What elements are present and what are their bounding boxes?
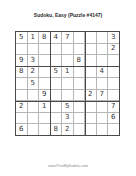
- box-divider-vertical-1: [50, 32, 52, 135]
- cell-r5c9: [108, 78, 119, 89]
- cell-r8c9: 6: [108, 113, 119, 124]
- cell-r4c9: [108, 67, 119, 78]
- cell-r7c9: 7: [108, 101, 119, 112]
- cell-r1c7: [85, 32, 96, 43]
- cell-r3c5: [62, 55, 73, 66]
- cell-r5c7: [85, 78, 96, 89]
- cell-r9c9: [108, 124, 119, 135]
- cell-r6c9: [108, 90, 119, 101]
- cell-r3c9: [108, 55, 119, 66]
- cell-r3c2: 3: [28, 55, 39, 66]
- cell-r4c7: [85, 67, 96, 78]
- cell-r9c2: [28, 124, 39, 135]
- cell-r2c8: [97, 44, 108, 55]
- cell-r3c8: [97, 55, 108, 66]
- cell-r2c2: [28, 44, 39, 55]
- cell-r6c7: 2: [85, 90, 96, 101]
- cell-r1c5: 7: [62, 32, 73, 43]
- source-url: www.PrintMySudoku.com: [0, 164, 136, 168]
- cell-r1c3: 8: [39, 32, 50, 43]
- cell-r2c6: [74, 44, 85, 55]
- cell-r2c7: [85, 44, 96, 55]
- cell-r9c1: 6: [16, 124, 27, 135]
- cell-r8c3: [39, 113, 50, 124]
- cell-r8c6: [74, 113, 85, 124]
- box-divider-horizontal-2: [16, 101, 119, 103]
- cell-r1c6: [74, 32, 85, 43]
- cell-r1c8: [97, 32, 108, 43]
- box-divider-horizontal-1: [16, 66, 119, 68]
- cell-r7c3: 1: [39, 101, 50, 112]
- cell-r4c2: 2: [28, 67, 39, 78]
- cell-r9c5: 2: [62, 124, 73, 135]
- page-title: Sudoku, Easy (Puzzle #4147): [0, 12, 136, 18]
- cell-r9c6: [74, 124, 85, 135]
- cell-r9c3: [39, 124, 50, 135]
- cell-r9c4: 8: [51, 124, 62, 135]
- cell-r6c8: 7: [97, 90, 108, 101]
- cell-r4c6: [74, 67, 85, 78]
- cell-r8c1: [16, 113, 27, 124]
- cell-r9c7: [85, 124, 96, 135]
- cell-r8c4: [51, 113, 62, 124]
- cell-r5c4: [51, 78, 62, 89]
- cell-r8c5: 3: [62, 113, 73, 124]
- cell-r4c4: 5: [51, 67, 62, 78]
- cell-r6c5: [62, 90, 73, 101]
- cell-r4c8: 4: [97, 67, 108, 78]
- cell-r7c4: [51, 101, 62, 112]
- cell-r7c5: 5: [62, 101, 73, 112]
- cell-r6c3: 9: [39, 90, 50, 101]
- cell-r7c8: [97, 101, 108, 112]
- cell-r5c5: [62, 78, 73, 89]
- cell-r4c5: 1: [62, 67, 73, 78]
- cell-r3c1: 9: [16, 55, 27, 66]
- cell-r9c8: [97, 124, 108, 135]
- cell-r6c2: [28, 90, 39, 101]
- cell-r3c3: [39, 55, 50, 66]
- cell-r7c6: [74, 101, 85, 112]
- cell-r2c3: [39, 44, 50, 55]
- cell-r5c3: [39, 78, 50, 89]
- cell-r5c6: [74, 78, 85, 89]
- cell-r2c4: [51, 44, 62, 55]
- cell-r1c2: 1: [28, 32, 39, 43]
- cell-r8c7: [85, 113, 96, 124]
- cell-r7c2: [28, 101, 39, 112]
- cell-r7c1: 2: [16, 101, 27, 112]
- box-divider-vertical-2: [85, 32, 87, 135]
- cell-r2c9: 2: [108, 44, 119, 55]
- cell-r6c6: [74, 90, 85, 101]
- cell-r8c2: [28, 113, 39, 124]
- cell-r6c4: [51, 90, 62, 101]
- cell-r4c3: [39, 67, 50, 78]
- cell-r1c4: 4: [51, 32, 62, 43]
- cell-r3c6: 8: [74, 55, 85, 66]
- cell-r8c8: [97, 113, 108, 124]
- cell-r4c1: 8: [16, 67, 27, 78]
- cell-r7c7: [85, 101, 96, 112]
- cell-r5c1: [16, 78, 27, 89]
- sudoku-board: 5184732938825145927215736682: [15, 31, 120, 136]
- cell-r2c5: [62, 44, 73, 55]
- cell-r5c8: [97, 78, 108, 89]
- cell-r2c1: [16, 44, 27, 55]
- cell-r3c7: [85, 55, 96, 66]
- cell-r1c9: 3: [108, 32, 119, 43]
- cell-r3c4: [51, 55, 62, 66]
- cell-r5c2: 5: [28, 78, 39, 89]
- sudoku-sheet: Sudoku, Easy (Puzzle #4147) 518473293882…: [0, 0, 136, 176]
- cell-r6c1: [16, 90, 27, 101]
- cell-r1c1: 5: [16, 32, 27, 43]
